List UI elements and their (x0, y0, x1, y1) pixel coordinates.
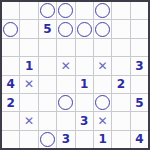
cell-r7c5: 1 (94, 131, 111, 148)
circle-mark (95, 3, 110, 18)
circle-mark (77, 22, 92, 37)
circle-mark (40, 3, 55, 18)
circle-mark (58, 3, 73, 18)
circle-mark (58, 95, 73, 110)
cell-r6c6[interactable] (112, 112, 129, 129)
cell-r4c2[interactable] (39, 76, 56, 93)
cell-r6c4: 3 (76, 112, 93, 129)
cell-r4c0: 4 (2, 76, 19, 93)
cell-r0c7[interactable] (131, 2, 148, 19)
cell-r5c1[interactable] (20, 94, 37, 111)
cell-r5c6[interactable] (112, 94, 129, 111)
clue-number: 3 (135, 60, 143, 72)
cell-r3c1: 1 (20, 57, 37, 74)
clue-number: 1 (80, 78, 88, 90)
cell-r4c6: 2 (112, 76, 129, 93)
clue-number: 3 (80, 115, 88, 127)
cell-r0c2[interactable] (39, 2, 56, 19)
x-mark: ✕ (98, 60, 108, 72)
cell-r0c6[interactable] (112, 2, 129, 19)
clue-number: 2 (7, 97, 15, 109)
cell-r1c4[interactable] (76, 20, 93, 37)
circle-mark (3, 22, 18, 37)
cell-r1c2: 5 (39, 20, 56, 37)
clue-number: 1 (98, 133, 106, 145)
cell-r5c3[interactable] (57, 94, 74, 111)
cell-r7c3: 3 (57, 131, 74, 148)
cell-r6c5[interactable]: ✕ (94, 112, 111, 129)
cell-r2c7[interactable] (131, 39, 148, 56)
x-mark: ✕ (98, 115, 108, 127)
cell-r4c3[interactable] (57, 76, 74, 93)
cell-r6c2[interactable] (39, 112, 56, 129)
cell-r1c7[interactable] (131, 20, 148, 37)
clue-number: 5 (43, 23, 51, 35)
cell-r4c1[interactable]: ✕ (20, 76, 37, 93)
cell-r2c3[interactable] (57, 39, 74, 56)
cell-r6c0[interactable] (2, 112, 19, 129)
cell-r4c4: 1 (76, 76, 93, 93)
cell-r7c0[interactable] (2, 131, 19, 148)
cell-r0c5[interactable] (94, 2, 111, 19)
cell-r6c1[interactable]: ✕ (20, 112, 37, 129)
cell-r7c2[interactable] (39, 131, 56, 148)
cell-r1c1[interactable] (20, 20, 37, 37)
cell-r0c0[interactable] (2, 2, 19, 19)
clue-number: 2 (117, 78, 125, 90)
cell-r1c0[interactable] (2, 20, 19, 37)
cell-r6c7[interactable] (131, 112, 148, 129)
cell-r1c6[interactable] (112, 20, 129, 37)
cell-r5c5[interactable] (94, 94, 111, 111)
cell-r7c7: 4 (131, 131, 148, 148)
cell-r4c5[interactable] (94, 76, 111, 93)
circle-mark (95, 22, 110, 37)
puzzle-board: 51✕✕34✕1225✕3✕314 (0, 0, 150, 150)
circle-mark (58, 22, 73, 37)
x-mark: ✕ (24, 115, 34, 127)
cell-r7c6[interactable] (112, 131, 129, 148)
cell-r0c1[interactable] (20, 2, 37, 19)
cell-r3c7: 3 (131, 57, 148, 74)
clue-number: 5 (135, 97, 143, 109)
clue-number: 3 (62, 133, 70, 145)
cell-r0c3[interactable] (57, 2, 74, 19)
clue-number: 4 (7, 78, 15, 90)
cell-r1c5[interactable] (94, 20, 111, 37)
cell-r3c2[interactable] (39, 57, 56, 74)
x-mark: ✕ (61, 60, 71, 72)
cell-r3c4[interactable] (76, 57, 93, 74)
circle-mark (40, 132, 55, 147)
cell-r2c4[interactable] (76, 39, 93, 56)
clue-number: 4 (135, 133, 143, 145)
clue-number: 1 (25, 60, 33, 72)
cell-r7c4[interactable] (76, 131, 93, 148)
cell-r2c5[interactable] (94, 39, 111, 56)
cell-r5c7: 5 (131, 94, 148, 111)
cell-r2c2[interactable] (39, 39, 56, 56)
cell-r3c0[interactable] (2, 57, 19, 74)
cell-r2c6[interactable] (112, 39, 129, 56)
circle-mark (95, 95, 110, 110)
cell-r3c5[interactable]: ✕ (94, 57, 111, 74)
cell-r2c1[interactable] (20, 39, 37, 56)
cell-r3c6[interactable] (112, 57, 129, 74)
x-mark: ✕ (24, 78, 34, 90)
cell-r4c7[interactable] (131, 76, 148, 93)
cell-r5c0: 2 (2, 94, 19, 111)
cell-r7c1[interactable] (20, 131, 37, 148)
cell-r0c4[interactable] (76, 2, 93, 19)
cell-r2c0[interactable] (2, 39, 19, 56)
cell-r1c3[interactable] (57, 20, 74, 37)
cell-r5c4[interactable] (76, 94, 93, 111)
cell-r3c3[interactable]: ✕ (57, 57, 74, 74)
cell-r5c2[interactable] (39, 94, 56, 111)
cell-r6c3[interactable] (57, 112, 74, 129)
